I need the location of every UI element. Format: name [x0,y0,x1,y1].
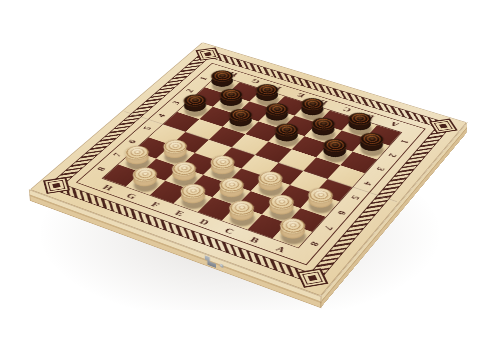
photo-background: { "window": { "background_color": "#ffff… [0,0,500,339]
checker-piece-light[interactable] [276,225,309,246]
checkers-board-box: HGFEDCBA HGFEDCBA 12345678 12345678 [30,42,468,296]
checker-piece-light[interactable] [304,195,337,215]
latch-pin [220,263,224,268]
scene: HGFEDCBA HGFEDCBA 12345678 12345678 [0,0,500,339]
board-top-surface: HGFEDCBA HGFEDCBA 12345678 12345678 [30,42,468,296]
